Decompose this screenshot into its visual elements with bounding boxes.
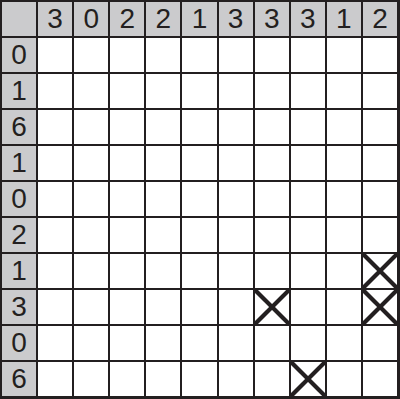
grid-cell-r9c0[interactable] [38,362,72,396]
grid-cell-r3c8[interactable] [327,146,361,180]
grid-cell-r5c9[interactable] [363,218,397,252]
grid-cell-r7c6[interactable] [255,290,289,324]
grid-cell-r0c0[interactable] [38,38,72,72]
grid-cell-r4c2[interactable] [110,182,144,216]
grid-cell-r6c9[interactable] [363,254,397,288]
grid-cell-r5c7[interactable] [291,218,325,252]
grid-cell-r7c7[interactable] [291,290,325,324]
grid-cell-r1c1[interactable] [74,74,108,108]
col-clue-6: 3 [255,2,289,36]
col-clue-7: 3 [291,2,325,36]
grid-cell-r8c5[interactable] [219,326,253,360]
grid-cell-r8c0[interactable] [38,326,72,360]
grid-cell-r4c0[interactable] [38,182,72,216]
grid-cell-r2c0[interactable] [38,110,72,144]
grid-cell-r0c8[interactable] [327,38,361,72]
grid-cell-r7c3[interactable] [146,290,180,324]
grid-cell-r9c2[interactable] [110,362,144,396]
grid-cell-r4c6[interactable] [255,182,289,216]
grid-cell-r0c1[interactable] [74,38,108,72]
grid-cell-r6c3[interactable] [146,254,180,288]
grid-cell-r6c7[interactable] [291,254,325,288]
grid-cell-r9c3[interactable] [146,362,180,396]
grid-cell-r1c8[interactable] [327,74,361,108]
grid-cell-r6c8[interactable] [327,254,361,288]
grid-cell-r4c4[interactable] [182,182,216,216]
grid-cell-r9c1[interactable] [74,362,108,396]
row-clue-2: 6 [2,110,36,144]
grid-cell-r8c8[interactable] [327,326,361,360]
row-clue-5: 2 [2,218,36,252]
grid-cell-r4c5[interactable] [219,182,253,216]
col-clue-0: 3 [38,2,72,36]
grid-cell-r3c5[interactable] [219,146,253,180]
grid-cell-r1c4[interactable] [182,74,216,108]
col-clue-4: 1 [182,2,216,36]
grid-cell-r7c1[interactable] [74,290,108,324]
grid-cell-r4c8[interactable] [327,182,361,216]
grid-cell-r0c7[interactable] [291,38,325,72]
grid-cell-r8c7[interactable] [291,326,325,360]
grid-cell-r2c8[interactable] [327,110,361,144]
grid-cell-r4c3[interactable] [146,182,180,216]
row-clue-9: 6 [2,362,36,396]
nonogram-board: 30221333120161021306 [0,0,400,399]
grid-cell-r9c8[interactable] [327,362,361,396]
grid-cell-r9c7[interactable] [291,362,325,396]
grid-cell-r9c6[interactable] [255,362,289,396]
x-mark-icon [363,254,397,288]
grid-cell-r6c5[interactable] [219,254,253,288]
grid-cell-r1c0[interactable] [38,74,72,108]
grid-cell-r8c2[interactable] [110,326,144,360]
grid-cell-r1c7[interactable] [291,74,325,108]
row-clue-7: 3 [2,290,36,324]
col-clue-8: 1 [327,2,361,36]
grid-cell-r6c0[interactable] [38,254,72,288]
grid-cell-r3c4[interactable] [182,146,216,180]
grid-cell-r3c6[interactable] [255,146,289,180]
row-clue-0: 0 [2,38,36,72]
grid-cell-r6c1[interactable] [74,254,108,288]
col-clue-2: 2 [110,2,144,36]
grid-cell-r2c2[interactable] [110,110,144,144]
grid-cell-r5c6[interactable] [255,218,289,252]
grid-cell-r2c5[interactable] [219,110,253,144]
grid-cell-r0c4[interactable] [182,38,216,72]
grid-cell-r1c6[interactable] [255,74,289,108]
grid-cell-r5c5[interactable] [219,218,253,252]
grid-cell-r3c1[interactable] [74,146,108,180]
x-mark-icon [291,362,325,396]
grid-cell-r0c5[interactable] [219,38,253,72]
grid-cell-r3c2[interactable] [110,146,144,180]
grid-cell-r8c9[interactable] [363,326,397,360]
grid-cell-r2c6[interactable] [255,110,289,144]
row-clue-4: 0 [2,182,36,216]
row-clue-3: 1 [2,146,36,180]
grid-cell-r9c9[interactable] [363,362,397,396]
grid-cell-r7c4[interactable] [182,290,216,324]
grid-cell-r9c4[interactable] [182,362,216,396]
grid-cell-r2c7[interactable] [291,110,325,144]
grid-cell-r4c1[interactable] [74,182,108,216]
grid-cell-r9c5[interactable] [219,362,253,396]
grid-cell-r8c1[interactable] [74,326,108,360]
grid-cell-r8c4[interactable] [182,326,216,360]
grid-cell-r1c5[interactable] [219,74,253,108]
grid-cell-r2c1[interactable] [74,110,108,144]
grid-cell-r7c0[interactable] [38,290,72,324]
grid-cell-r0c2[interactable] [110,38,144,72]
x-mark-icon [255,290,289,324]
grid-cell-r1c9[interactable] [363,74,397,108]
grid-cell-r7c8[interactable] [327,290,361,324]
grid-cell-r5c1[interactable] [74,218,108,252]
grid-cell-r3c9[interactable] [363,146,397,180]
grid-cell-r3c0[interactable] [38,146,72,180]
row-clue-6: 1 [2,254,36,288]
grid-cell-r8c6[interactable] [255,326,289,360]
grid-cell-r5c0[interactable] [38,218,72,252]
col-clue-1: 0 [74,2,108,36]
row-clue-1: 1 [2,74,36,108]
grid-cell-r6c4[interactable] [182,254,216,288]
grid-cell-r7c2[interactable] [110,290,144,324]
grid-cell-r2c3[interactable] [146,110,180,144]
grid-cell-r1c2[interactable] [110,74,144,108]
corner-cell [2,2,36,36]
grid-cell-r0c9[interactable] [363,38,397,72]
grid-cell-r1c3[interactable] [146,74,180,108]
grid-cell-r0c3[interactable] [146,38,180,72]
grid-cell-r7c5[interactable] [219,290,253,324]
col-clue-3: 2 [146,2,180,36]
grid-cell-r0c6[interactable] [255,38,289,72]
grid-cell-r5c2[interactable] [110,218,144,252]
grid-cell-r2c9[interactable] [363,110,397,144]
grid-cell-r5c3[interactable] [146,218,180,252]
grid-cell-r4c7[interactable] [291,182,325,216]
grid-cell-r3c3[interactable] [146,146,180,180]
grid-cell-r3c7[interactable] [291,146,325,180]
grid-cell-r6c6[interactable] [255,254,289,288]
grid-cell-r7c9[interactable] [363,290,397,324]
col-clue-9: 2 [363,2,397,36]
col-clue-5: 3 [219,2,253,36]
row-clue-8: 0 [2,326,36,360]
x-mark-icon [363,290,397,324]
grid-cell-r8c3[interactable] [146,326,180,360]
grid-cell-r5c8[interactable] [327,218,361,252]
grid-cell-r6c2[interactable] [110,254,144,288]
grid-cell-r4c9[interactable] [363,182,397,216]
grid-cell-r2c4[interactable] [182,110,216,144]
grid-cell-r5c4[interactable] [182,218,216,252]
